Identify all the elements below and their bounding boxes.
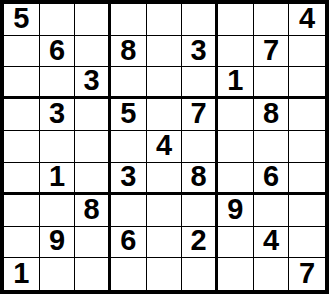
cell-r9c7[interactable] [218, 258, 254, 290]
cell-r2c7[interactable] [218, 36, 254, 68]
given-digit: 3 [191, 36, 207, 65]
cell-r9c3[interactable] [75, 258, 111, 290]
cell-r5c4[interactable] [111, 131, 147, 163]
cell-r6c6: 8 [182, 163, 218, 195]
given-digit: 3 [120, 162, 136, 191]
given-digit: 2 [191, 226, 207, 255]
cell-r5c8[interactable] [254, 131, 290, 163]
cell-r7c4[interactable] [111, 195, 147, 227]
cell-r5c6[interactable] [182, 131, 218, 163]
cell-r7c7: 9 [218, 195, 254, 227]
given-digit: 7 [191, 99, 207, 128]
cell-r7c6[interactable] [182, 195, 218, 227]
cell-r5c2[interactable] [40, 131, 76, 163]
cell-r6c8: 6 [254, 163, 290, 195]
cell-r3c8[interactable] [254, 67, 290, 99]
cell-r1c7[interactable] [218, 4, 254, 36]
given-digit: 7 [263, 36, 279, 65]
cell-r7c9[interactable] [289, 195, 325, 227]
cell-r1c8[interactable] [254, 4, 290, 36]
cell-r5c5: 4 [147, 131, 183, 163]
cell-r4c7[interactable] [218, 99, 254, 131]
cell-r4c8: 8 [254, 99, 290, 131]
given-digit: 3 [84, 66, 100, 95]
cell-r8c2: 9 [40, 227, 76, 259]
given-digit: 4 [263, 226, 279, 255]
given-digit: 8 [84, 195, 100, 224]
cell-r9c9: 7 [289, 258, 325, 290]
cell-r3c6[interactable] [182, 67, 218, 99]
cell-r5c9[interactable] [289, 131, 325, 163]
cell-r9c8[interactable] [254, 258, 290, 290]
cell-r6c1[interactable] [4, 163, 40, 195]
cell-r2c4: 8 [111, 36, 147, 68]
given-digit: 3 [49, 99, 65, 128]
cell-r4c5[interactable] [147, 99, 183, 131]
given-digit: 1 [13, 259, 29, 288]
given-digit: 8 [191, 162, 207, 191]
cell-r8c5[interactable] [147, 227, 183, 259]
cell-r2c5[interactable] [147, 36, 183, 68]
cell-r3c9[interactable] [289, 67, 325, 99]
given-digit: 8 [263, 99, 279, 128]
given-digit: 4 [299, 4, 315, 33]
cell-r8c9[interactable] [289, 227, 325, 259]
given-digit: 6 [263, 162, 279, 191]
cell-r4c3[interactable] [75, 99, 111, 131]
cell-r3c7: 1 [218, 67, 254, 99]
cell-r2c9[interactable] [289, 36, 325, 68]
cell-r9c1: 1 [4, 258, 40, 290]
cell-r7c3: 8 [75, 195, 111, 227]
cell-r6c7[interactable] [218, 163, 254, 195]
cell-r8c7[interactable] [218, 227, 254, 259]
cell-r3c5[interactable] [147, 67, 183, 99]
cell-r1c4[interactable] [111, 4, 147, 36]
cell-r4c9[interactable] [289, 99, 325, 131]
cell-r2c3[interactable] [75, 36, 111, 68]
cell-r8c8: 4 [254, 227, 290, 259]
cell-r4c6: 7 [182, 99, 218, 131]
cell-r6c9[interactable] [289, 163, 325, 195]
cell-r1c1: 5 [4, 4, 40, 36]
cell-r4c2: 3 [40, 99, 76, 131]
given-digit: 9 [49, 226, 65, 255]
cell-r5c1[interactable] [4, 131, 40, 163]
given-digit: 5 [13, 4, 29, 33]
cell-r1c6[interactable] [182, 4, 218, 36]
cell-r6c3[interactable] [75, 163, 111, 195]
cell-r7c8[interactable] [254, 195, 290, 227]
given-digit: 7 [299, 259, 315, 288]
cell-r1c5[interactable] [147, 4, 183, 36]
cell-r9c5[interactable] [147, 258, 183, 290]
given-digit: 9 [227, 195, 243, 224]
cell-r2c2: 6 [40, 36, 76, 68]
given-digit: 1 [227, 66, 243, 95]
cell-r3c3: 3 [75, 67, 111, 99]
cell-r7c5[interactable] [147, 195, 183, 227]
cell-r9c6[interactable] [182, 258, 218, 290]
cell-r3c2[interactable] [40, 67, 76, 99]
cell-r2c8: 7 [254, 36, 290, 68]
cell-r3c1[interactable] [4, 67, 40, 99]
sudoku-board: 5468373135784138689962417 [0, 0, 329, 294]
cell-r8c6: 2 [182, 227, 218, 259]
cell-r8c4: 6 [111, 227, 147, 259]
cell-r1c2[interactable] [40, 4, 76, 36]
cell-r1c3[interactable] [75, 4, 111, 36]
cell-r3c4[interactable] [111, 67, 147, 99]
cell-r7c1[interactable] [4, 195, 40, 227]
cell-r9c2[interactable] [40, 258, 76, 290]
given-digit: 1 [49, 162, 65, 191]
cell-r5c7[interactable] [218, 131, 254, 163]
cell-r4c4: 5 [111, 99, 147, 131]
given-digit: 6 [49, 36, 65, 65]
cell-r2c6: 3 [182, 36, 218, 68]
cell-r8c3[interactable] [75, 227, 111, 259]
cell-r6c2: 1 [40, 163, 76, 195]
cell-r9c4[interactable] [111, 258, 147, 290]
cell-r8c1[interactable] [4, 227, 40, 259]
cell-r6c5[interactable] [147, 163, 183, 195]
cell-r5c3[interactable] [75, 131, 111, 163]
given-digit: 5 [120, 99, 136, 128]
cell-r6c4: 3 [111, 163, 147, 195]
given-digit: 4 [156, 131, 172, 160]
given-digit: 8 [120, 36, 136, 65]
cell-r4c1[interactable] [4, 99, 40, 131]
cell-r1c9: 4 [289, 4, 325, 36]
given-digit: 6 [120, 226, 136, 255]
cell-r7c2[interactable] [40, 195, 76, 227]
cell-r2c1[interactable] [4, 36, 40, 68]
